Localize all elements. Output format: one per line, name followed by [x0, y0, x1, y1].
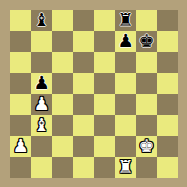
square-b2[interactable] [31, 136, 52, 157]
square-e4[interactable] [94, 94, 115, 115]
board-frame: ♝♜♟♚♟♟♝♟♚♜ [0, 0, 187, 187]
square-c2[interactable] [52, 136, 73, 157]
square-f6[interactable] [115, 52, 136, 73]
piece-black-pawn[interactable]: ♟ [117, 31, 133, 51]
square-a8[interactable] [10, 10, 31, 31]
square-b4[interactable]: ♟ [31, 94, 52, 115]
square-g7[interactable]: ♚ [136, 31, 157, 52]
square-f8[interactable]: ♜ [115, 10, 136, 31]
square-f3[interactable] [115, 115, 136, 136]
square-b8[interactable]: ♝ [31, 10, 52, 31]
square-b7[interactable] [31, 31, 52, 52]
square-c5[interactable] [52, 73, 73, 94]
piece-white-rook[interactable]: ♜ [117, 157, 133, 177]
square-d6[interactable] [73, 52, 94, 73]
square-a5[interactable] [10, 73, 31, 94]
piece-black-rook[interactable]: ♜ [117, 10, 133, 30]
square-a2[interactable]: ♟ [10, 136, 31, 157]
square-g6[interactable] [136, 52, 157, 73]
square-f2[interactable] [115, 136, 136, 157]
piece-white-king[interactable]: ♚ [138, 136, 154, 156]
square-e8[interactable] [94, 10, 115, 31]
square-b5[interactable]: ♟ [31, 73, 52, 94]
square-a6[interactable] [10, 52, 31, 73]
square-e2[interactable] [94, 136, 115, 157]
square-d7[interactable] [73, 31, 94, 52]
square-h3[interactable] [157, 115, 178, 136]
square-g8[interactable] [136, 10, 157, 31]
square-g5[interactable] [136, 73, 157, 94]
square-d8[interactable] [73, 10, 94, 31]
square-h2[interactable] [157, 136, 178, 157]
square-g2[interactable]: ♚ [136, 136, 157, 157]
square-g3[interactable] [136, 115, 157, 136]
square-g4[interactable] [136, 94, 157, 115]
square-h7[interactable] [157, 31, 178, 52]
square-f5[interactable] [115, 73, 136, 94]
square-a3[interactable] [10, 115, 31, 136]
square-b3[interactable]: ♝ [31, 115, 52, 136]
square-a4[interactable] [10, 94, 31, 115]
square-c1[interactable] [52, 157, 73, 178]
square-e5[interactable] [94, 73, 115, 94]
square-f1[interactable]: ♜ [115, 157, 136, 178]
square-d5[interactable] [73, 73, 94, 94]
piece-black-king[interactable]: ♚ [138, 31, 154, 51]
square-b6[interactable] [31, 52, 52, 73]
square-a1[interactable] [10, 157, 31, 178]
square-h8[interactable] [157, 10, 178, 31]
square-g1[interactable] [136, 157, 157, 178]
square-f4[interactable] [115, 94, 136, 115]
square-h5[interactable] [157, 73, 178, 94]
square-h1[interactable] [157, 157, 178, 178]
square-e7[interactable] [94, 31, 115, 52]
square-h4[interactable] [157, 94, 178, 115]
piece-black-bishop[interactable]: ♝ [33, 10, 49, 30]
square-h6[interactable] [157, 52, 178, 73]
square-c7[interactable] [52, 31, 73, 52]
square-f7[interactable]: ♟ [115, 31, 136, 52]
square-d4[interactable] [73, 94, 94, 115]
square-c3[interactable] [52, 115, 73, 136]
square-a7[interactable] [10, 31, 31, 52]
square-c4[interactable] [52, 94, 73, 115]
piece-white-pawn[interactable]: ♟ [33, 94, 49, 114]
square-c8[interactable] [52, 10, 73, 31]
square-d2[interactable] [73, 136, 94, 157]
square-e1[interactable] [94, 157, 115, 178]
square-d3[interactable] [73, 115, 94, 136]
piece-white-bishop[interactable]: ♝ [33, 115, 49, 135]
square-c6[interactable] [52, 52, 73, 73]
square-e6[interactable] [94, 52, 115, 73]
square-b1[interactable] [31, 157, 52, 178]
square-d1[interactable] [73, 157, 94, 178]
chess-board: ♝♜♟♚♟♟♝♟♚♜ [10, 10, 178, 178]
piece-black-pawn[interactable]: ♟ [33, 73, 49, 93]
piece-white-pawn[interactable]: ♟ [12, 136, 28, 156]
square-e3[interactable] [94, 115, 115, 136]
